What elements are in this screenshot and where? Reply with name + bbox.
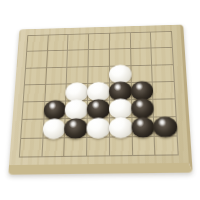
board-cell-a6[interactable] xyxy=(21,120,43,138)
white-stone[interactable] xyxy=(86,117,109,138)
board-cell-g6[interactable] xyxy=(154,118,176,136)
board-cell-c7[interactable] xyxy=(65,138,87,156)
board-cell-f2[interactable] xyxy=(131,49,152,65)
board-cell-f6[interactable] xyxy=(132,118,154,136)
board-cell-b4[interactable] xyxy=(45,84,66,101)
board-cell-f5[interactable] xyxy=(132,100,154,117)
board-cell-c2[interactable] xyxy=(68,50,88,66)
board-cell-b5[interactable] xyxy=(44,102,65,119)
board-cell-d2[interactable] xyxy=(89,50,109,66)
black-stone[interactable] xyxy=(131,98,155,119)
board-cell-b6[interactable] xyxy=(43,120,65,138)
board-cell-g3[interactable] xyxy=(152,65,173,82)
board-cell-d3[interactable] xyxy=(88,66,108,83)
board-cell-a4[interactable] xyxy=(24,85,45,102)
board-cell-e1[interactable] xyxy=(110,33,130,49)
board-cell-e3[interactable] xyxy=(110,66,131,83)
board-cell-e5[interactable] xyxy=(110,100,131,117)
white-stone[interactable] xyxy=(42,118,66,139)
board-cell-d5[interactable] xyxy=(88,101,109,118)
board-cell-g2[interactable] xyxy=(152,48,173,64)
board-cell-d1[interactable] xyxy=(89,34,109,50)
board-cell-g7[interactable] xyxy=(155,136,178,154)
board-cell-b3[interactable] xyxy=(46,67,67,83)
board-cell-d4[interactable] xyxy=(88,83,109,100)
board-cell-a1[interactable] xyxy=(27,35,47,51)
black-stone[interactable] xyxy=(64,118,88,139)
board-cell-c5[interactable] xyxy=(66,101,87,118)
game-board xyxy=(8,25,192,175)
black-stone[interactable] xyxy=(153,116,178,137)
board-cell-a2[interactable] xyxy=(26,51,47,67)
board-cell-f3[interactable] xyxy=(131,65,152,82)
board-cell-g4[interactable] xyxy=(153,82,175,99)
black-stone[interactable] xyxy=(87,99,110,120)
white-stone[interactable] xyxy=(109,99,132,120)
black-stone[interactable] xyxy=(131,116,155,137)
board-cell-g5[interactable] xyxy=(154,99,176,117)
board-cell-b7[interactable] xyxy=(42,138,64,156)
board-cell-a5[interactable] xyxy=(22,102,44,119)
board-cell-e4[interactable] xyxy=(110,83,131,100)
board-cell-e6[interactable] xyxy=(110,118,131,136)
board-cell-e7[interactable] xyxy=(110,137,132,155)
board-cell-c1[interactable] xyxy=(68,34,88,50)
board-cell-a7[interactable] xyxy=(20,138,42,156)
white-stone[interactable] xyxy=(65,100,88,121)
board-cell-d7[interactable] xyxy=(87,137,109,155)
white-stone[interactable] xyxy=(109,117,133,138)
board-cell-f1[interactable] xyxy=(130,33,150,49)
board-cell-e2[interactable] xyxy=(110,49,130,65)
board-grid xyxy=(19,31,179,158)
black-stone[interactable] xyxy=(43,100,67,120)
board-cell-b2[interactable] xyxy=(47,51,67,67)
board-cell-d6[interactable] xyxy=(88,119,109,137)
board-cell-a3[interactable] xyxy=(25,68,46,84)
board-cell-b1[interactable] xyxy=(48,35,68,51)
board-scene xyxy=(13,20,187,172)
board-cell-c4[interactable] xyxy=(67,84,88,101)
board-cell-g1[interactable] xyxy=(151,32,172,48)
board-cell-f7[interactable] xyxy=(132,137,154,155)
board-cell-f4[interactable] xyxy=(131,82,152,99)
board-cell-c3[interactable] xyxy=(67,67,88,83)
board-cell-c6[interactable] xyxy=(65,119,87,137)
